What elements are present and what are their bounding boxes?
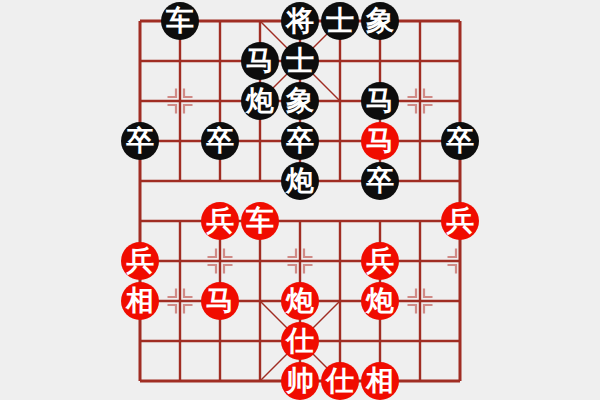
piece-red-soldier[interactable]: 兵: [441, 202, 479, 240]
piece-black-elephant[interactable]: 象: [281, 82, 319, 120]
piece-red-soldier[interactable]: 兵: [121, 242, 159, 280]
piece-red-elephant[interactable]: 相: [121, 282, 159, 320]
piece-red-soldier[interactable]: 兵: [361, 242, 399, 280]
piece-black-soldier[interactable]: 卒: [201, 122, 239, 160]
piece-black-advisor[interactable]: 士: [281, 42, 319, 80]
piece-black-advisor[interactable]: 士: [321, 2, 359, 40]
piece-black-chariot[interactable]: 车: [161, 2, 199, 40]
piece-red-general[interactable]: 帅: [281, 362, 319, 400]
piece-red-soldier[interactable]: 兵: [201, 202, 239, 240]
piece-black-soldier[interactable]: 卒: [121, 122, 159, 160]
piece-black-soldier[interactable]: 卒: [441, 122, 479, 160]
piece-red-advisor[interactable]: 仕: [321, 362, 359, 400]
piece-red-elephant[interactable]: 相: [361, 362, 399, 400]
piece-red-horse[interactable]: 马: [361, 122, 399, 160]
piece-black-horse[interactable]: 马: [241, 42, 279, 80]
xiangqi-board[interactable]: 车将士象马士炮象马卒卒卒马卒炮卒兵车兵兵兵相马炮炮仕帅仕相: [120, 1, 480, 400]
piece-black-horse[interactable]: 马: [361, 82, 399, 120]
piece-red-advisor[interactable]: 仕: [281, 322, 319, 360]
piece-red-chariot[interactable]: 车: [241, 202, 279, 240]
piece-black-elephant[interactable]: 象: [361, 2, 399, 40]
app-background: { "game": "xiangqi", "position": { "fen"…: [0, 0, 600, 400]
piece-red-horse[interactable]: 马: [201, 282, 239, 320]
piece-black-soldier[interactable]: 卒: [281, 122, 319, 160]
piece-black-general[interactable]: 将: [281, 2, 319, 40]
piece-black-cannon[interactable]: 炮: [281, 162, 319, 200]
piece-black-cannon[interactable]: 炮: [241, 82, 279, 120]
piece-red-cannon[interactable]: 炮: [361, 282, 399, 320]
piece-black-soldier[interactable]: 卒: [361, 162, 399, 200]
piece-red-cannon[interactable]: 炮: [281, 282, 319, 320]
